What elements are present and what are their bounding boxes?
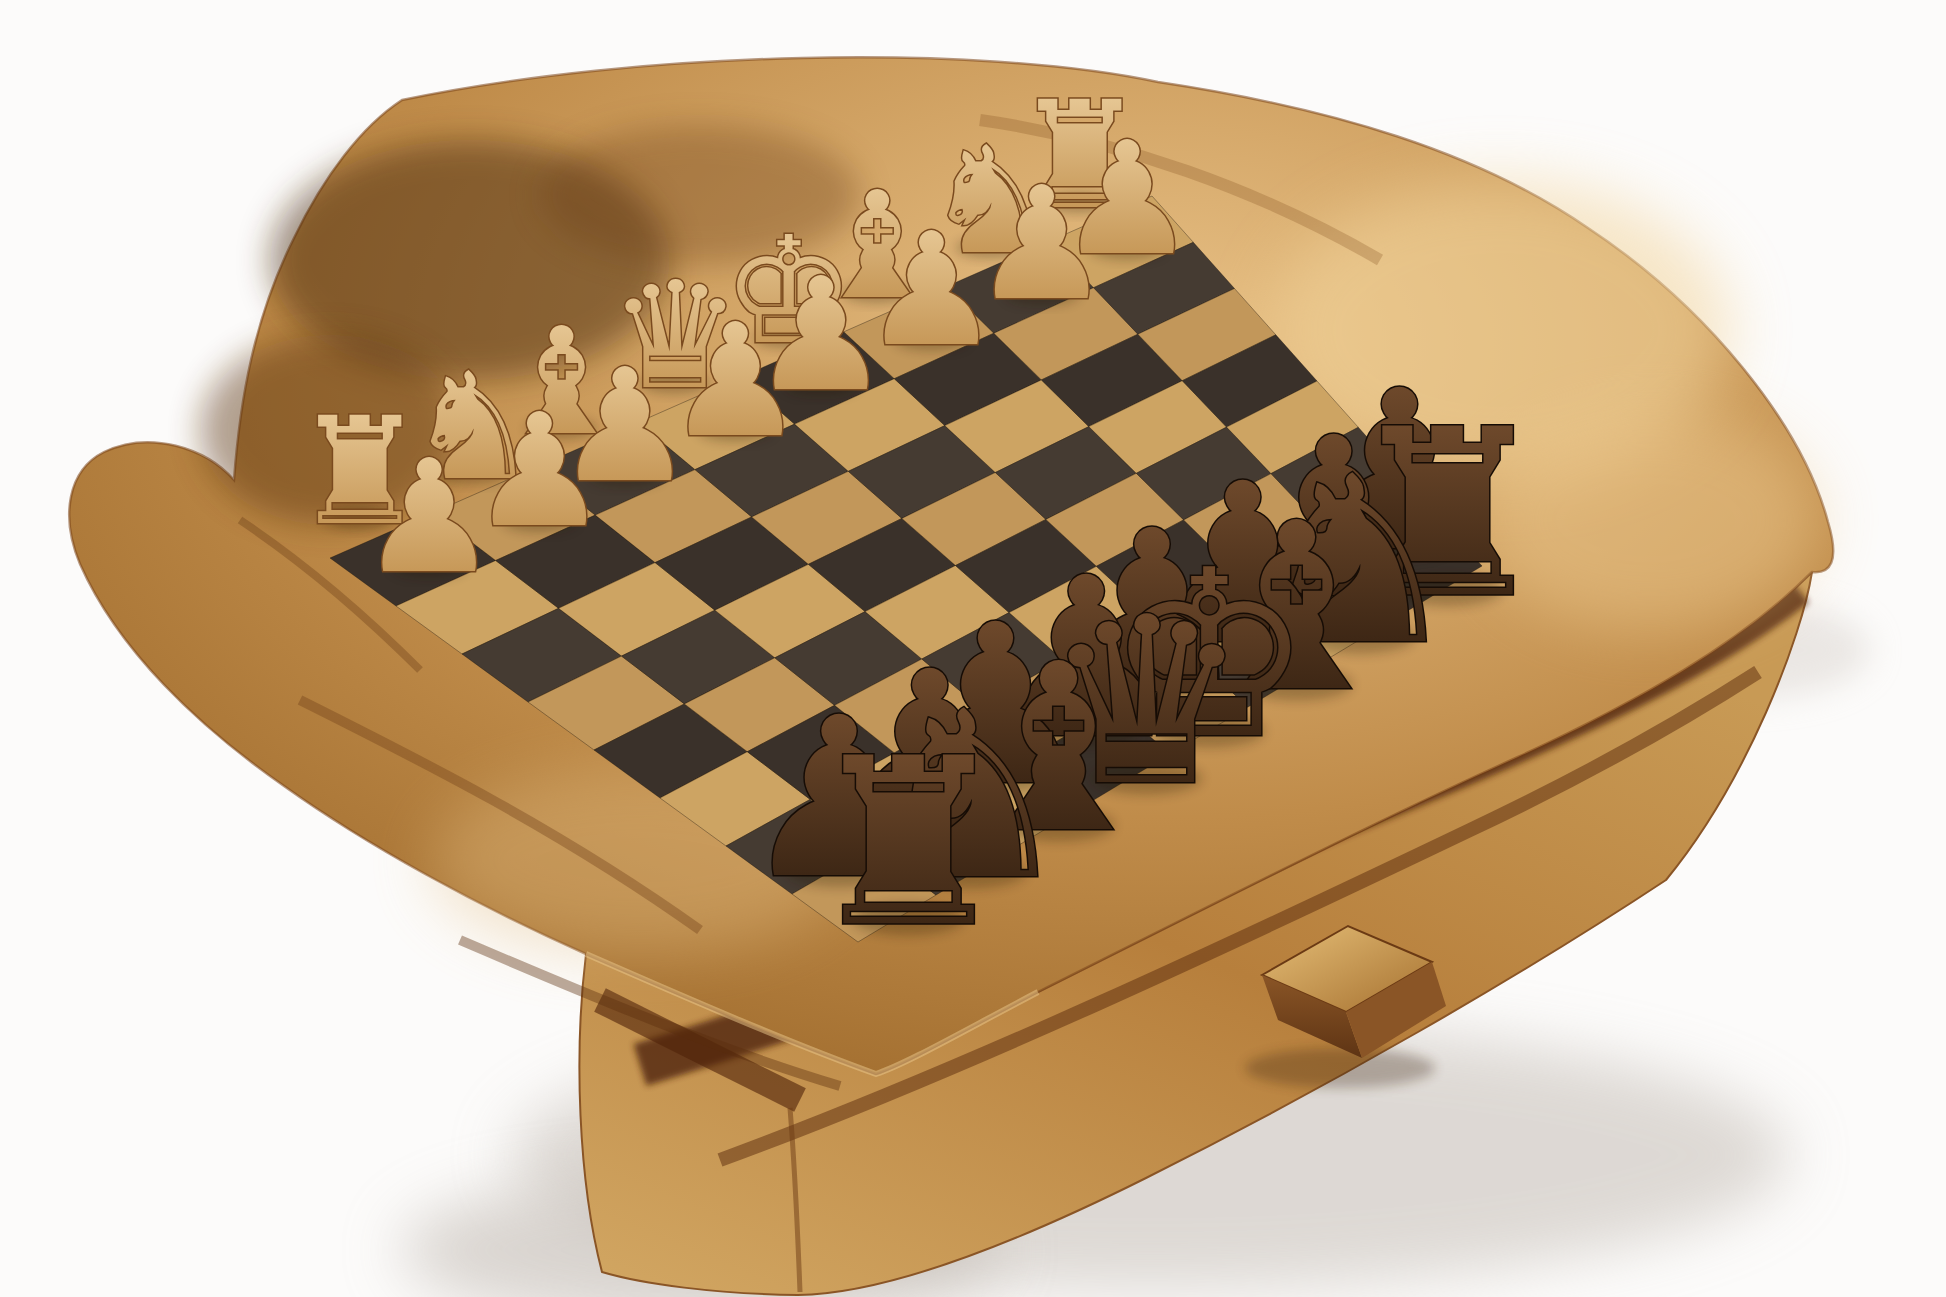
piece-white-pawn[interactable]: ♟ xyxy=(359,426,499,608)
chess-set-scene: ♜♞♟♝♟♚♟♛♟♝♟♞♟♜♟♟♟♜♟♞♟♝♟♟♚♟♛♟♝♟♞♜ xyxy=(0,0,1946,1297)
photo-stage: ♜♞♟♝♟♚♟♛♟♝♟♞♟♜♟♟♟♜♟♞♟♝♟♟♚♟♛♟♝♟♞♜ xyxy=(0,0,1946,1297)
piece-black-rook[interactable]: ♜ xyxy=(805,709,1012,977)
knob-shadow xyxy=(1245,1048,1435,1088)
